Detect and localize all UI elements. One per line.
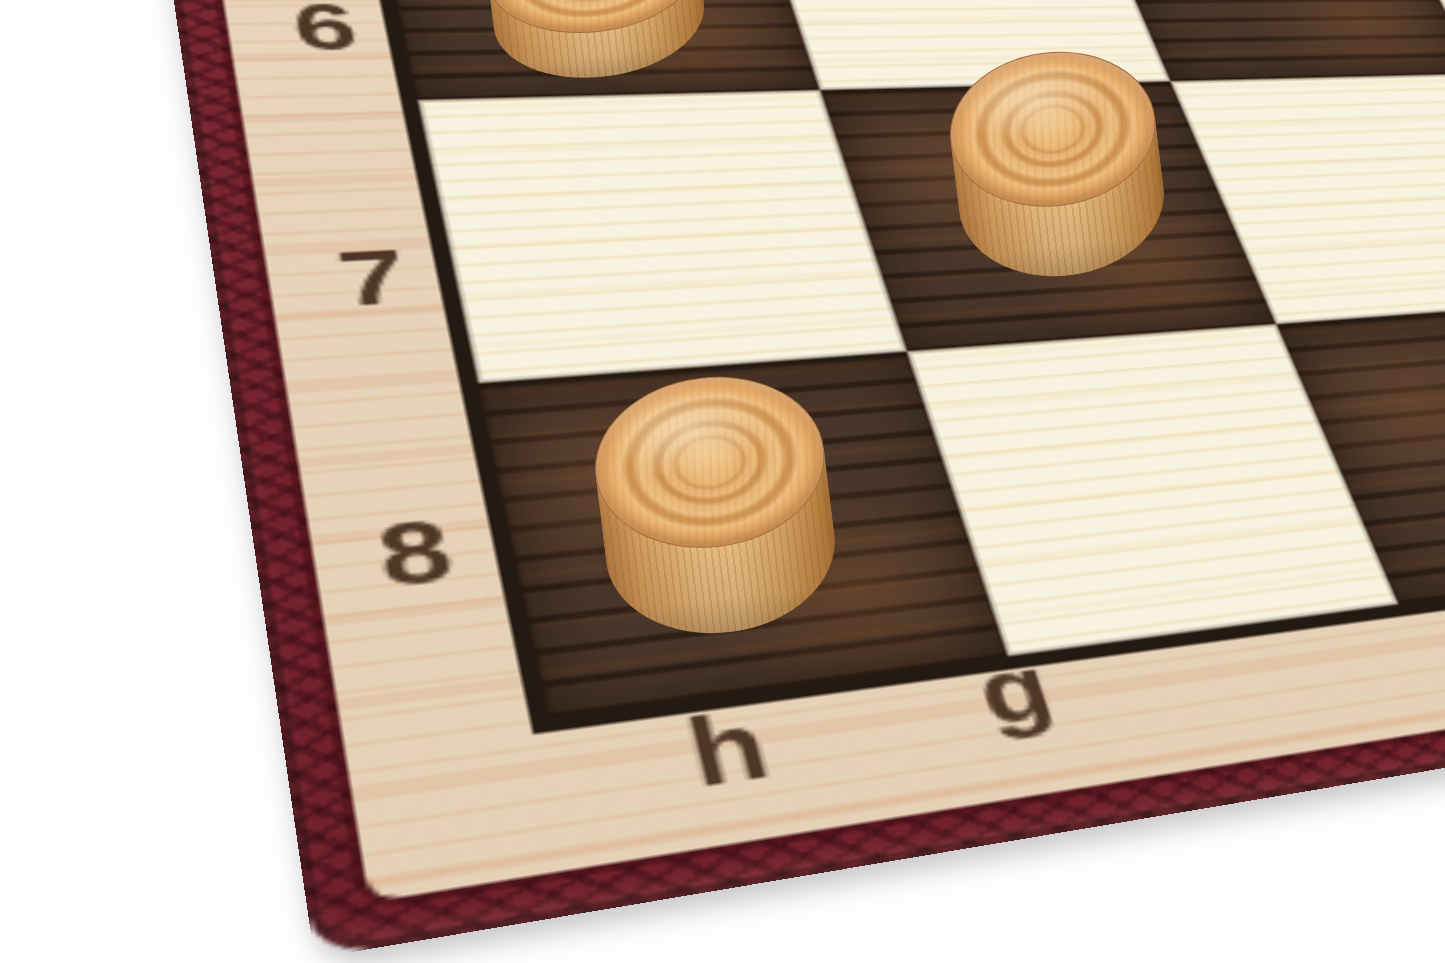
pieces-layer: ⛀⛀⛀ bbox=[0, 0, 1445, 963]
checker-h6[interactable]: ⛀ bbox=[480, 0, 711, 89]
board-photo: 6 7 8 h g ⛀⛀⛀ bbox=[0, 0, 1445, 963]
checker-h8[interactable]: ⛀ bbox=[585, 364, 844, 646]
checker-g7[interactable]: ⛀ bbox=[941, 40, 1173, 287]
